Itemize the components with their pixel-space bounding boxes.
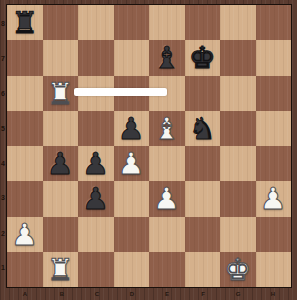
square-f4[interactable] — [185, 146, 221, 181]
rank-label-5: 5 — [0, 125, 6, 132]
square-a5[interactable] — [7, 111, 43, 146]
square-c2[interactable] — [78, 217, 114, 252]
piece-black-pawn-d5[interactable]: ♟ — [118, 111, 145, 146]
file-label-D: D — [127, 291, 137, 298]
square-c1[interactable] — [78, 252, 114, 287]
piece-white-pawn-a2[interactable]: ♟ — [11, 217, 38, 252]
piece-white-pawn-h3[interactable]: ♟ — [260, 181, 287, 216]
square-f2[interactable] — [185, 217, 221, 252]
square-b5[interactable] — [43, 111, 79, 146]
piece-black-pawn-c3[interactable]: ♟ — [82, 181, 109, 216]
square-c7[interactable] — [78, 40, 114, 75]
square-e2[interactable] — [149, 217, 185, 252]
square-d4[interactable]: ♟ — [114, 146, 150, 181]
square-e3[interactable]: ♟ — [149, 181, 185, 216]
square-f8[interactable] — [185, 5, 221, 40]
square-d2[interactable] — [114, 217, 150, 252]
square-g8[interactable] — [220, 5, 256, 40]
square-h1[interactable] — [256, 252, 292, 287]
piece-white-pawn-d4[interactable]: ♟ — [118, 146, 145, 181]
square-b6[interactable]: ♜ — [43, 76, 79, 111]
square-h7[interactable] — [256, 40, 292, 75]
square-b3[interactable] — [43, 181, 79, 216]
piece-white-bishop-e5[interactable]: ♝ — [153, 111, 180, 146]
square-d5[interactable]: ♟ — [114, 111, 150, 146]
square-g1[interactable]: ♚ — [220, 252, 256, 287]
square-a6[interactable] — [7, 76, 43, 111]
chess-diagram-frame: ♜♝♚♜♟♝♞♟♟♟♟♟♟♟♜♚ 87654321 ABCDEFGH — [0, 0, 297, 300]
square-g7[interactable] — [220, 40, 256, 75]
square-b8[interactable] — [43, 5, 79, 40]
rank-label-8: 8 — [0, 20, 6, 27]
file-label-G: G — [233, 291, 243, 298]
square-g3[interactable] — [220, 181, 256, 216]
rank-label-4: 4 — [0, 160, 6, 167]
square-c3[interactable]: ♟ — [78, 181, 114, 216]
rank-label-2: 2 — [0, 230, 6, 237]
square-g6[interactable] — [220, 76, 256, 111]
file-label-B: B — [57, 291, 67, 298]
square-d1[interactable] — [114, 252, 150, 287]
square-f7[interactable]: ♚ — [185, 40, 221, 75]
square-b2[interactable] — [43, 217, 79, 252]
square-g5[interactable] — [220, 111, 256, 146]
square-d3[interactable] — [114, 181, 150, 216]
rank-label-1: 1 — [0, 264, 6, 271]
square-h2[interactable] — [256, 217, 292, 252]
square-e4[interactable] — [149, 146, 185, 181]
square-a1[interactable] — [7, 252, 43, 287]
square-h8[interactable] — [256, 5, 292, 40]
square-h3[interactable]: ♟ — [256, 181, 292, 216]
square-h6[interactable] — [256, 76, 292, 111]
square-a7[interactable] — [7, 40, 43, 75]
piece-white-rook-b1[interactable]: ♜ — [47, 252, 74, 287]
square-h5[interactable] — [256, 111, 292, 146]
square-a4[interactable] — [7, 146, 43, 181]
file-label-C: C — [92, 291, 102, 298]
piece-black-knight-f5[interactable]: ♞ — [189, 111, 216, 146]
square-f5[interactable]: ♞ — [185, 111, 221, 146]
square-f6[interactable] — [185, 76, 221, 111]
piece-white-king-g1[interactable]: ♚ — [224, 252, 251, 287]
square-e7[interactable]: ♝ — [149, 40, 185, 75]
chess-board: ♜♝♚♜♟♝♞♟♟♟♟♟♟♟♜♚ — [6, 4, 292, 288]
piece-black-rook-a8[interactable]: ♜ — [11, 5, 38, 40]
square-c4[interactable]: ♟ — [78, 146, 114, 181]
rank-label-6: 6 — [0, 90, 6, 97]
square-g4[interactable] — [220, 146, 256, 181]
square-g2[interactable] — [220, 217, 256, 252]
file-label-F: F — [198, 291, 208, 298]
square-a8[interactable]: ♜ — [7, 5, 43, 40]
rank-label-3: 3 — [0, 194, 6, 201]
square-a2[interactable]: ♟ — [7, 217, 43, 252]
piece-white-rook-b6[interactable]: ♜ — [47, 76, 74, 111]
square-e1[interactable] — [149, 252, 185, 287]
square-b7[interactable] — [43, 40, 79, 75]
file-label-H: H — [268, 291, 278, 298]
square-b4[interactable]: ♟ — [43, 146, 79, 181]
square-c8[interactable] — [78, 5, 114, 40]
square-e5[interactable]: ♝ — [149, 111, 185, 146]
piece-white-pawn-e3[interactable]: ♟ — [153, 181, 180, 216]
square-b1[interactable]: ♜ — [43, 252, 79, 287]
square-f3[interactable] — [185, 181, 221, 216]
square-d8[interactable] — [114, 5, 150, 40]
square-a3[interactable] — [7, 181, 43, 216]
square-e8[interactable] — [149, 5, 185, 40]
file-label-A: A — [20, 291, 30, 298]
piece-black-pawn-c4[interactable]: ♟ — [82, 146, 109, 181]
piece-black-bishop-e7[interactable]: ♝ — [153, 40, 180, 75]
move-arrow-b6-e6 — [74, 88, 167, 96]
square-h4[interactable] — [256, 146, 292, 181]
rank-label-7: 7 — [0, 55, 6, 62]
square-f1[interactable] — [185, 252, 221, 287]
square-c5[interactable] — [78, 111, 114, 146]
piece-black-king-f7[interactable]: ♚ — [189, 40, 216, 75]
square-d7[interactable] — [114, 40, 150, 75]
file-label-E: E — [162, 291, 172, 298]
piece-black-pawn-b4[interactable]: ♟ — [47, 146, 74, 181]
